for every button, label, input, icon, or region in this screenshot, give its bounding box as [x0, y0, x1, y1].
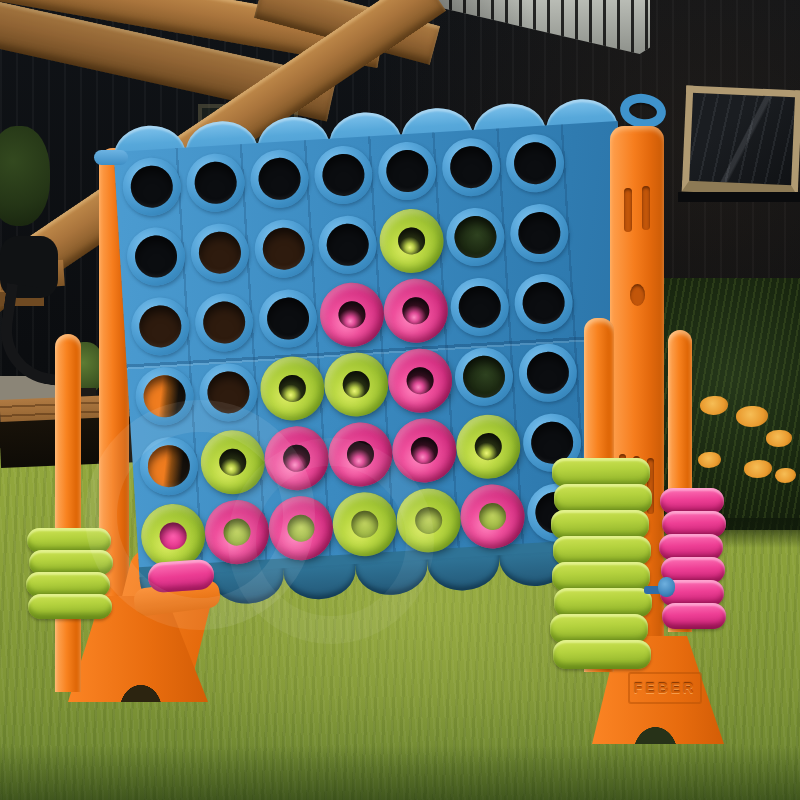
cell-r5-c5[interactable]: [390, 414, 458, 488]
blue-wingnut[interactable]: [658, 577, 675, 597]
empty-hole: [257, 157, 301, 201]
disc-centre-hole: [338, 300, 367, 329]
cell-r4-c7[interactable]: [514, 336, 582, 410]
cell-r4-c4[interactable]: [322, 348, 390, 422]
spare-disc-green[interactable]: [28, 594, 112, 619]
empty-hole: [457, 285, 501, 329]
house-window: [682, 86, 800, 197]
cell-r2-c5[interactable]: [377, 204, 445, 278]
cell-r1-c1[interactable]: [118, 150, 186, 224]
hole-rim: [504, 133, 565, 194]
hole-rim: [317, 214, 378, 275]
empty-hole: [453, 215, 497, 259]
disc-pink[interactable]: [203, 498, 271, 566]
hole-rim: [453, 346, 514, 407]
bottom-scallop: [284, 564, 358, 601]
disc-centre-hole: [406, 366, 435, 395]
hole-rim: [509, 202, 570, 263]
empty-hole: [385, 149, 429, 193]
cell-r3-c3[interactable]: [254, 282, 322, 356]
cell-r6-c5[interactable]: [395, 484, 463, 558]
cell-r2-c2[interactable]: [186, 216, 254, 290]
spare-disc-pink[interactable]: [662, 603, 726, 629]
disc-green[interactable]: [258, 355, 326, 423]
hole-rim: [445, 206, 506, 267]
hole-rim: [121, 156, 182, 217]
left-spare-disc-pole: [55, 334, 81, 692]
disc-pink[interactable]: [386, 347, 454, 415]
spare-disc-green[interactable]: [554, 588, 652, 617]
brand-logo-plate: FEBER: [628, 672, 702, 704]
hole-rim: [198, 362, 259, 423]
disc-pink[interactable]: [263, 424, 331, 492]
backyard-connect-four-photo: FEBER: [0, 0, 800, 800]
disc-pink[interactable]: [318, 281, 386, 349]
hole-rim: [249, 148, 310, 209]
disc-centre-hole: [218, 448, 247, 477]
cell-r2-c4[interactable]: [314, 208, 382, 282]
brand-logo-text: FEBER: [634, 680, 696, 696]
empty-hole: [206, 370, 250, 414]
empty-hole: [198, 230, 242, 274]
cell-r1-c3[interactable]: [245, 142, 313, 216]
empty-hole: [513, 141, 557, 185]
cell-r2-c1[interactable]: [122, 220, 190, 294]
disc-centre-hole: [410, 436, 439, 465]
disc-centre-hole: [478, 502, 507, 531]
cell-r3-c4[interactable]: [318, 278, 386, 352]
disc-centre-hole: [278, 374, 307, 403]
cell-r1-c7[interactable]: [501, 126, 569, 200]
spare-disc-green[interactable]: [553, 536, 651, 565]
disc-pink[interactable]: [327, 421, 395, 489]
leg-hole: [630, 284, 645, 306]
spare-disc-green[interactable]: [551, 510, 649, 539]
cell-r5-c1[interactable]: [135, 429, 203, 503]
cell-r2-c7[interactable]: [505, 196, 573, 270]
empty-hole: [449, 145, 493, 189]
bottom-scallop: [355, 560, 429, 597]
cell-r2-c3[interactable]: [250, 212, 318, 286]
cell-r3-c5[interactable]: [382, 274, 450, 348]
cell-r1-c2[interactable]: [182, 146, 250, 220]
cell-r6-c2[interactable]: [203, 495, 271, 569]
cell-r3-c6[interactable]: [446, 270, 514, 344]
hole-rim: [125, 226, 186, 287]
cell-r4-c5[interactable]: [386, 344, 454, 418]
empty-hole: [321, 153, 365, 197]
disc-centre-hole: [474, 432, 503, 461]
spare-disc-green[interactable]: [554, 484, 652, 513]
disc-centre-hole: [223, 518, 252, 547]
hole-rim: [130, 296, 191, 357]
hole-rim: [134, 366, 195, 427]
cell-r1-c6[interactable]: [437, 130, 505, 204]
lawn-foreground-shadow: [0, 745, 800, 800]
hanging-plant: [0, 126, 50, 226]
cell-r1-c5[interactable]: [373, 134, 441, 208]
cell-r5-c3[interactable]: [263, 421, 331, 495]
empty-hole: [325, 223, 369, 267]
empty-hole: [262, 226, 306, 270]
empty-hole: [138, 304, 182, 348]
empty-hole: [202, 300, 246, 344]
hole-rim: [377, 140, 438, 201]
board-grid: [118, 126, 591, 573]
spare-disc-green[interactable]: [553, 640, 651, 669]
empty-hole: [517, 211, 561, 255]
spare-disc-green[interactable]: [550, 614, 648, 643]
cell-r5-c6[interactable]: [454, 410, 522, 484]
bottom-scallop: [427, 555, 501, 592]
cell-r4-c1[interactable]: [131, 359, 199, 433]
disc-centre-hole: [402, 296, 431, 325]
disc-centre-hole: [282, 444, 311, 473]
disc-centre-hole: [287, 514, 316, 543]
disc-pink[interactable]: [459, 483, 527, 551]
disc-green[interactable]: [454, 413, 522, 481]
hole-rim: [138, 435, 199, 496]
disc-green[interactable]: [322, 351, 390, 419]
hole-rim: [185, 152, 246, 213]
empty-hole: [134, 234, 178, 278]
cell-r4-c6[interactable]: [450, 340, 518, 414]
hole-rim: [449, 276, 510, 337]
cell-r4-c2[interactable]: [194, 355, 262, 429]
loose-pink-disc[interactable]: [147, 559, 215, 594]
cell-r6-c6[interactable]: [458, 480, 526, 554]
disc-centre-hole: [342, 370, 371, 399]
leg-slot: [642, 186, 650, 230]
cell-r5-c2[interactable]: [199, 425, 267, 499]
cell-r1-c4[interactable]: [309, 138, 377, 212]
disc-centre-hole: [414, 506, 443, 535]
cell-r6-c4[interactable]: [331, 487, 399, 561]
left-carry-hook[interactable]: [94, 150, 128, 165]
disc-green[interactable]: [199, 428, 267, 496]
disc-green[interactable]: [395, 487, 463, 555]
empty-hole: [130, 164, 174, 208]
hole-rim: [253, 218, 314, 279]
cell-r3-c1[interactable]: [126, 290, 194, 364]
hole-rim: [517, 342, 578, 403]
disc-centre-hole: [350, 510, 379, 539]
cell-r2-c6[interactable]: [441, 200, 509, 274]
spare-disc-green[interactable]: [552, 562, 650, 591]
cell-r5-c4[interactable]: [326, 418, 394, 492]
spare-disc-green[interactable]: [552, 458, 650, 487]
hole-rim: [313, 144, 374, 205]
bottom-scallop: [212, 568, 286, 605]
disc-centre-hole: [346, 440, 375, 469]
cell-r6-c3[interactable]: [267, 491, 335, 565]
hole-rim: [440, 136, 501, 197]
empty-hole: [526, 351, 570, 395]
empty-hole: [147, 444, 191, 488]
hole-rim: [513, 272, 574, 333]
empty-hole: [462, 355, 506, 399]
empty-hole: [193, 161, 237, 205]
disc-pink[interactable]: [382, 277, 450, 345]
window-sill: [678, 192, 800, 202]
hole-rim: [189, 222, 250, 283]
disc-centre-hole: [397, 227, 426, 256]
cell-r4-c3[interactable]: [258, 352, 326, 426]
empty-hole: [142, 374, 186, 418]
disc-green[interactable]: [331, 490, 399, 558]
empty-hole: [266, 296, 310, 340]
disc-green[interactable]: [378, 207, 446, 275]
empty-hole: [521, 281, 565, 325]
hole-rim: [193, 292, 254, 353]
disc-pink[interactable]: [267, 494, 335, 562]
cell-r3-c2[interactable]: [190, 286, 258, 360]
cell-r3-c7[interactable]: [510, 266, 578, 340]
leg-slot: [624, 188, 632, 232]
disc-pink[interactable]: [391, 417, 459, 485]
disc-centre-hole: [159, 522, 188, 551]
hole-rim: [257, 288, 318, 349]
